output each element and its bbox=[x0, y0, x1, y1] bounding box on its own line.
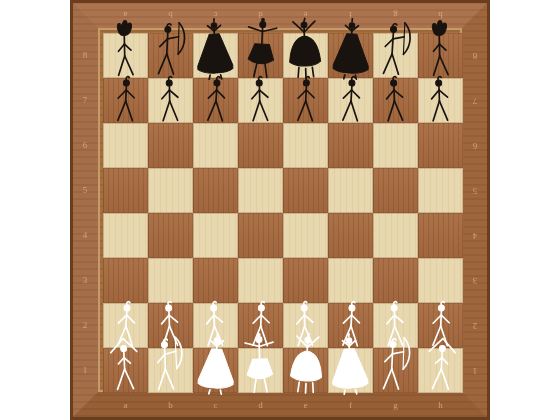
black-pawn-icon bbox=[283, 62, 330, 125]
black-pawn-icon bbox=[370, 62, 418, 126]
play-area bbox=[103, 33, 463, 393]
rank-label-right-7: 7 bbox=[464, 78, 486, 123]
white-bishop-c1[interactable] bbox=[193, 332, 240, 395]
white-bishop-f1[interactable] bbox=[326, 332, 373, 395]
rank-label-left-4: 4 bbox=[74, 213, 96, 258]
file-label-top-f: f bbox=[328, 4, 373, 26]
white-bishop-icon bbox=[326, 332, 373, 395]
black-pawn-icon bbox=[236, 62, 283, 125]
white-knight-icon bbox=[145, 332, 193, 396]
black-pawn-icon bbox=[146, 62, 193, 125]
file-label-bottom-a: a bbox=[103, 394, 148, 416]
white-queen-icon bbox=[236, 332, 283, 395]
file-label-top-d: d bbox=[238, 4, 283, 26]
black-pawn-d7[interactable] bbox=[236, 62, 283, 125]
white-knight-g1[interactable] bbox=[373, 332, 420, 395]
rank-label-right-8: 8 bbox=[464, 33, 486, 78]
rank-label-left-2: 2 bbox=[74, 303, 96, 348]
black-pawn-g7[interactable] bbox=[370, 62, 418, 126]
rank-label-right-4: 4 bbox=[464, 213, 486, 258]
white-rook-icon bbox=[100, 332, 148, 396]
black-pawn-icon bbox=[193, 62, 241, 126]
file-label-bottom-h: h bbox=[418, 394, 463, 416]
white-knight-b1[interactable] bbox=[145, 332, 193, 396]
white-king-e1[interactable] bbox=[283, 332, 331, 396]
rank-label-right-5: 5 bbox=[464, 168, 486, 213]
rank-label-right-1: 1 bbox=[464, 348, 486, 393]
rank-label-left-3: 3 bbox=[74, 258, 96, 303]
file-label-bottom-e: e bbox=[283, 394, 328, 416]
file-label-top-e: e bbox=[283, 4, 328, 26]
page-background: aabbccddeeffgghh8877665544332211 bbox=[0, 0, 560, 420]
file-label-top-c: c bbox=[193, 4, 238, 26]
file-label-top-a: a bbox=[103, 4, 148, 26]
file-label-bottom-f: f bbox=[328, 394, 373, 416]
file-label-top-b: b bbox=[148, 4, 193, 26]
black-pawn-h7[interactable] bbox=[415, 62, 463, 126]
white-rook-icon bbox=[418, 332, 466, 396]
rank-label-left-5: 5 bbox=[74, 168, 96, 213]
pieces-layer bbox=[103, 33, 463, 393]
file-label-bottom-g: g bbox=[373, 394, 418, 416]
file-label-bottom-d: d bbox=[238, 394, 283, 416]
chess-board: aabbccddeeffgghh8877665544332211 bbox=[70, 0, 490, 420]
file-label-top-h: h bbox=[418, 4, 463, 26]
black-pawn-icon bbox=[415, 62, 463, 126]
file-label-top-g: g bbox=[373, 4, 418, 26]
black-pawn-icon bbox=[328, 62, 376, 126]
white-king-icon bbox=[283, 332, 331, 396]
black-pawn-a7[interactable] bbox=[103, 62, 150, 125]
rank-label-left-1: 1 bbox=[74, 348, 96, 393]
white-rook-h1[interactable] bbox=[418, 332, 466, 396]
rank-label-right-2: 2 bbox=[464, 303, 486, 348]
black-pawn-e7[interactable] bbox=[283, 62, 330, 125]
white-queen-d1[interactable] bbox=[236, 332, 283, 395]
rank-label-left-8: 8 bbox=[74, 33, 96, 78]
black-pawn-c7[interactable] bbox=[193, 62, 241, 126]
rank-label-left-6: 6 bbox=[74, 123, 96, 168]
white-rook-a1[interactable] bbox=[100, 332, 148, 396]
file-label-bottom-c: c bbox=[193, 394, 238, 416]
black-pawn-icon bbox=[103, 62, 150, 125]
white-bishop-icon bbox=[193, 332, 240, 395]
black-pawn-f7[interactable] bbox=[328, 62, 376, 126]
rank-label-right-6: 6 bbox=[464, 123, 486, 168]
white-knight-icon bbox=[373, 332, 420, 395]
rank-label-right-3: 3 bbox=[464, 258, 486, 303]
file-label-bottom-b: b bbox=[148, 394, 193, 416]
black-pawn-b7[interactable] bbox=[146, 62, 193, 125]
rank-label-left-7: 7 bbox=[74, 78, 96, 123]
